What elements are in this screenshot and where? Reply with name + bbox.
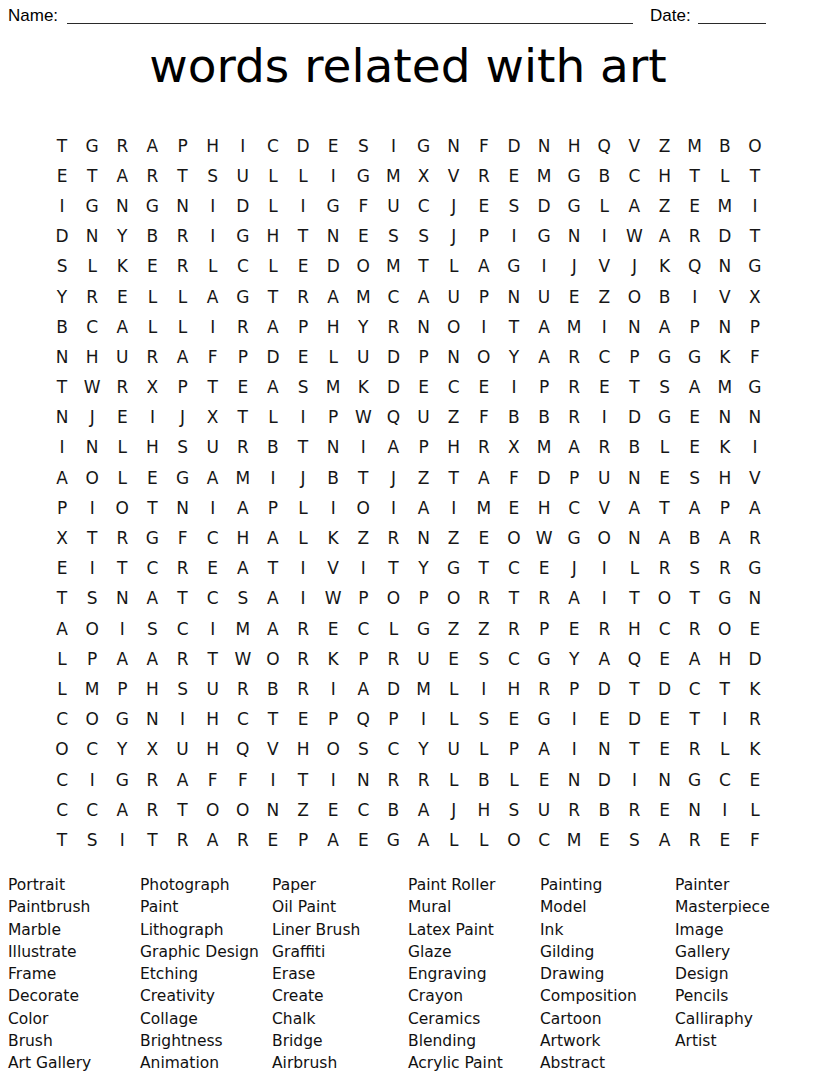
grid-cell-r7-c16: T	[499, 312, 529, 342]
grid-cell-r11-c15: R	[469, 433, 499, 463]
grid-cell-r3-c15: E	[469, 191, 499, 221]
grid-cell-r22-c13: R	[409, 765, 439, 795]
grid-cell-r8-c22: G	[680, 342, 710, 372]
grid-cell-r23-c21: E	[650, 795, 680, 825]
grid-cell-r21-c2: C	[77, 735, 107, 765]
grid-cell-r24-c2: S	[77, 825, 107, 855]
grid-cell-r5-c12: M	[378, 252, 408, 282]
word-item: Brush	[8, 1030, 91, 1052]
grid-cell-r2-c10: I	[318, 161, 348, 191]
grid-cell-r3-c9: I	[288, 191, 318, 221]
grid-cell-r10-c14: Z	[439, 403, 469, 433]
grid-cell-r2-c7: U	[228, 161, 258, 191]
grid-cell-r12-c14: T	[439, 463, 469, 493]
grid-cell-r12-c17: D	[529, 463, 559, 493]
grid-cell-r17-c10: E	[318, 614, 348, 644]
word-item: Illustrate	[8, 941, 91, 963]
grid-cell-r8-c13: P	[409, 342, 439, 372]
grid-cell-r10-c20: D	[619, 403, 649, 433]
grid-cell-r21-c6: H	[198, 735, 228, 765]
grid-cell-r4-c24: T	[740, 222, 770, 252]
grid-cell-r20-c7: C	[228, 705, 258, 735]
grid-cell-r10-c18: R	[559, 403, 589, 433]
grid-cell-r11-c22: E	[680, 433, 710, 463]
grid-cell-r1-c6: H	[198, 131, 228, 161]
grid-cell-r23-c7: O	[228, 795, 258, 825]
grid-cell-r10-c6: X	[198, 403, 228, 433]
grid-cell-r6-c18: E	[559, 282, 589, 312]
grid-cell-r24-c19: E	[589, 825, 619, 855]
word-list-column-6: PainterMasterpieceImageGalleryDesignPenc…	[675, 874, 770, 1052]
grid-cell-r4-c21: A	[650, 222, 680, 252]
grid-cell-r13-c11: O	[348, 493, 378, 523]
grid-cell-r8-c18: R	[559, 342, 589, 372]
grid-cell-r1-c17: N	[529, 131, 559, 161]
grid-cell-r6-c23: V	[710, 282, 740, 312]
grid-cell-r11-c8: B	[258, 433, 288, 463]
name-label: Name:	[8, 6, 58, 26]
word-item: Etching	[140, 963, 259, 985]
grid-cell-r1-c21: Z	[650, 131, 680, 161]
word-item: Decorate	[8, 985, 91, 1007]
grid-cell-r7-c2: C	[77, 312, 107, 342]
grid-cell-r10-c1: N	[47, 403, 77, 433]
grid-cell-r8-c21: G	[650, 342, 680, 372]
word-item: Liner Brush	[272, 919, 360, 941]
grid-cell-r12-c2: O	[77, 463, 107, 493]
word-item: Paint	[140, 896, 259, 918]
grid-cell-r24-c9: P	[288, 825, 318, 855]
grid-cell-r14-c17: W	[529, 523, 559, 553]
word-item: Creativity	[140, 985, 259, 1007]
grid-cell-r14-c18: G	[559, 523, 589, 553]
grid-cell-r23-c13: A	[409, 795, 439, 825]
grid-cell-r18-c1: L	[47, 644, 77, 674]
grid-cell-r14-c14: Z	[439, 523, 469, 553]
word-list-column-4: Paint RollerMuralLatex PaintGlazeEngravi…	[408, 874, 503, 1075]
grid-cell-r8-c17: A	[529, 342, 559, 372]
grid-cell-r17-c18: E	[559, 614, 589, 644]
grid-cell-r14-c24: R	[740, 523, 770, 553]
grid-cell-r15-c24: G	[740, 554, 770, 584]
word-item: Graffiti	[272, 941, 360, 963]
grid-cell-r17-c8: A	[258, 614, 288, 644]
grid-cell-r16-c8: A	[258, 584, 288, 614]
grid-cell-r8-c9: E	[288, 342, 318, 372]
grid-cell-r24-c15: L	[469, 825, 499, 855]
grid-cell-r20-c20: D	[619, 705, 649, 735]
grid-cell-r15-c2: I	[77, 554, 107, 584]
word-item: Airbrush	[272, 1052, 360, 1074]
grid-cell-r9-c19: E	[589, 373, 619, 403]
grid-cell-r8-c6: F	[198, 342, 228, 372]
grid-cell-r22-c1: C	[47, 765, 77, 795]
grid-cell-r3-c20: A	[619, 191, 649, 221]
grid-cell-r24-c7: R	[228, 825, 258, 855]
grid-cell-r19-c10: I	[318, 674, 348, 704]
grid-cell-r3-c19: L	[589, 191, 619, 221]
grid-cell-r20-c15: S	[469, 705, 499, 735]
grid-cell-r12-c3: L	[107, 463, 137, 493]
grid-cell-r3-c17: D	[529, 191, 559, 221]
grid-cell-r16-c16: T	[499, 584, 529, 614]
grid-cell-r18-c3: A	[107, 644, 137, 674]
grid-cell-r16-c10: W	[318, 584, 348, 614]
grid-cell-r5-c16: G	[499, 252, 529, 282]
grid-cell-r22-c9: T	[288, 765, 318, 795]
grid-cell-r10-c8: L	[258, 403, 288, 433]
grid-cell-r5-c8: L	[258, 252, 288, 282]
grid-cell-r23-c22: N	[680, 795, 710, 825]
grid-cell-r13-c15: M	[469, 493, 499, 523]
name-blank-line	[67, 23, 633, 24]
grid-cell-r5-c23: N	[710, 252, 740, 282]
grid-cell-r13-c12: I	[378, 493, 408, 523]
grid-cell-r7-c12: R	[378, 312, 408, 342]
grid-cell-r5-c19: V	[589, 252, 619, 282]
grid-cell-r6-c19: Z	[589, 282, 619, 312]
grid-cell-r12-c4: E	[137, 463, 167, 493]
grid-cell-r13-c20: A	[619, 493, 649, 523]
grid-cell-r17-c15: Z	[469, 614, 499, 644]
grid-cell-r21-c7: Q	[228, 735, 258, 765]
grid-cell-r12-c6: A	[198, 463, 228, 493]
grid-cell-r23-c1: C	[47, 795, 77, 825]
grid-cell-r18-c21: E	[650, 644, 680, 674]
grid-cell-r12-c22: S	[680, 463, 710, 493]
grid-cell-r8-c16: Y	[499, 342, 529, 372]
grid-cell-r22-c24: E	[740, 765, 770, 795]
grid-cell-r4-c6: I	[198, 222, 228, 252]
grid-cell-r4-c16: I	[499, 222, 529, 252]
word-item: Art Gallery	[8, 1052, 91, 1074]
grid-cell-r11-c11: I	[348, 433, 378, 463]
grid-cell-r9-c21: S	[650, 373, 680, 403]
grid-cell-r1-c1: T	[47, 131, 77, 161]
word-item: Latex Paint	[408, 919, 503, 941]
grid-cell-r14-c22: B	[680, 523, 710, 553]
grid-cell-r23-c12: B	[378, 795, 408, 825]
grid-cell-r7-c14: O	[439, 312, 469, 342]
grid-cell-r11-c23: K	[710, 433, 740, 463]
grid-cell-r16-c11: P	[348, 584, 378, 614]
grid-cell-r2-c16: E	[499, 161, 529, 191]
grid-cell-r6-c9: R	[288, 282, 318, 312]
grid-cell-r9-c2: W	[77, 373, 107, 403]
grid-cell-r4-c4: B	[137, 222, 167, 252]
grid-cell-r23-c2: C	[77, 795, 107, 825]
grid-cell-r4-c7: G	[228, 222, 258, 252]
grid-cell-r2-c12: M	[378, 161, 408, 191]
grid-cell-r9-c7: E	[228, 373, 258, 403]
grid-cell-r11-c10: N	[318, 433, 348, 463]
grid-cell-r18-c11: P	[348, 644, 378, 674]
grid-cell-r12-c8: I	[258, 463, 288, 493]
grid-cell-r16-c2: S	[77, 584, 107, 614]
grid-cell-r3-c21: Z	[650, 191, 680, 221]
grid-cell-r7-c24: P	[740, 312, 770, 342]
grid-cell-r17-c14: Z	[439, 614, 469, 644]
grid-cell-r10-c7: T	[228, 403, 258, 433]
grid-cell-r4-c5: R	[168, 222, 198, 252]
grid-cell-r14-c9: L	[288, 523, 318, 553]
grid-cell-r15-c22: S	[680, 554, 710, 584]
grid-cell-r24-c8: E	[258, 825, 288, 855]
grid-cell-r4-c20: W	[619, 222, 649, 252]
grid-cell-r2-c21: H	[650, 161, 680, 191]
grid-cell-r7-c9: P	[288, 312, 318, 342]
word-item: Create	[272, 985, 360, 1007]
grid-cell-r9-c17: P	[529, 373, 559, 403]
grid-cell-r13-c5: N	[168, 493, 198, 523]
grid-cell-r5-c11: O	[348, 252, 378, 282]
grid-cell-r7-c22: P	[680, 312, 710, 342]
word-item: Erase	[272, 963, 360, 985]
grid-cell-r7-c1: B	[47, 312, 77, 342]
grid-cell-r13-c23: P	[710, 493, 740, 523]
grid-cell-r15-c7: A	[228, 554, 258, 584]
grid-cell-r21-c3: Y	[107, 735, 137, 765]
word-item: Brightness	[140, 1030, 259, 1052]
grid-cell-r24-c20: S	[619, 825, 649, 855]
grid-cell-r8-c24: F	[740, 342, 770, 372]
grid-cell-r6-c15: P	[469, 282, 499, 312]
grid-cell-r24-c13: A	[409, 825, 439, 855]
grid-cell-r14-c12: R	[378, 523, 408, 553]
grid-cell-r2-c18: G	[559, 161, 589, 191]
grid-cell-r17-c23: O	[710, 614, 740, 644]
grid-cell-r2-c9: L	[288, 161, 318, 191]
grid-cell-r24-c18: M	[559, 825, 589, 855]
grid-cell-r24-c22: R	[680, 825, 710, 855]
grid-cell-r23-c16: S	[499, 795, 529, 825]
grid-cell-r14-c11: Z	[348, 523, 378, 553]
grid-cell-r7-c18: M	[559, 312, 589, 342]
grid-cell-r3-c2: G	[77, 191, 107, 221]
grid-cell-r12-c9: J	[288, 463, 318, 493]
grid-cell-r22-c10: I	[318, 765, 348, 795]
grid-cell-r6-c21: B	[650, 282, 680, 312]
grid-cell-r22-c6: F	[198, 765, 228, 795]
grid-cell-r5-c21: K	[650, 252, 680, 282]
grid-cell-r15-c12: T	[378, 554, 408, 584]
grid-cell-r3-c22: E	[680, 191, 710, 221]
grid-cell-r10-c12: Q	[378, 403, 408, 433]
grid-cell-r20-c18: I	[559, 705, 589, 735]
grid-cell-r14-c19: O	[589, 523, 619, 553]
grid-cell-r24-c14: L	[439, 825, 469, 855]
grid-cell-r21-c4: X	[137, 735, 167, 765]
word-item: Cartoon	[540, 1008, 637, 1030]
grid-cell-r8-c15: O	[469, 342, 499, 372]
grid-cell-r24-c11: E	[348, 825, 378, 855]
grid-cell-r10-c9: I	[288, 403, 318, 433]
grid-cell-r9-c6: T	[198, 373, 228, 403]
grid-cell-r20-c10: P	[318, 705, 348, 735]
grid-cell-r16-c4: A	[137, 584, 167, 614]
grid-cell-r21-c11: S	[348, 735, 378, 765]
grid-cell-r13-c21: T	[650, 493, 680, 523]
grid-cell-r24-c4: T	[137, 825, 167, 855]
grid-cell-r9-c9: S	[288, 373, 318, 403]
grid-cell-r7-c10: H	[318, 312, 348, 342]
grid-cell-r21-c16: P	[499, 735, 529, 765]
grid-cell-r2-c14: V	[439, 161, 469, 191]
grid-cell-r6-c10: A	[318, 282, 348, 312]
grid-cell-r10-c23: N	[710, 403, 740, 433]
grid-cell-r6-c1: Y	[47, 282, 77, 312]
grid-cell-r11-c5: S	[168, 433, 198, 463]
grid-cell-r16-c1: T	[47, 584, 77, 614]
grid-cell-r19-c9: R	[288, 674, 318, 704]
grid-cell-r23-c4: R	[137, 795, 167, 825]
grid-cell-r11-c6: U	[198, 433, 228, 463]
grid-cell-r6-c22: I	[680, 282, 710, 312]
grid-cell-r1-c7: I	[228, 131, 258, 161]
grid-cell-r20-c1: C	[47, 705, 77, 735]
grid-cell-r20-c13: I	[409, 705, 439, 735]
grid-cell-r23-c20: R	[619, 795, 649, 825]
word-list-column-5: PaintingModelInkGildingDrawingCompositio…	[540, 874, 637, 1075]
grid-cell-r3-c5: N	[168, 191, 198, 221]
grid-cell-r1-c8: C	[258, 131, 288, 161]
grid-cell-r13-c6: I	[198, 493, 228, 523]
grid-cell-r24-c5: R	[168, 825, 198, 855]
grid-cell-r20-c16: E	[499, 705, 529, 735]
grid-cell-r5-c5: R	[168, 252, 198, 282]
grid-cell-r22-c11: N	[348, 765, 378, 795]
grid-cell-r7-c7: R	[228, 312, 258, 342]
grid-cell-r15-c20: L	[619, 554, 649, 584]
grid-cell-r8-c7: P	[228, 342, 258, 372]
grid-cell-r9-c13: E	[409, 373, 439, 403]
grid-cell-r3-c24: I	[740, 191, 770, 221]
word-item: Marble	[8, 919, 91, 941]
grid-cell-r2-c3: A	[107, 161, 137, 191]
grid-cell-r22-c15: B	[469, 765, 499, 795]
grid-cell-r2-c15: R	[469, 161, 499, 191]
word-item: Lithograph	[140, 919, 259, 941]
grid-cell-r3-c12: U	[378, 191, 408, 221]
grid-cell-r22-c5: A	[168, 765, 198, 795]
grid-cell-r9-c16: I	[499, 373, 529, 403]
grid-cell-r24-c23: E	[710, 825, 740, 855]
grid-cell-r23-c24: L	[740, 795, 770, 825]
grid-cell-r22-c7: F	[228, 765, 258, 795]
grid-cell-r18-c16: C	[499, 644, 529, 674]
grid-cell-r9-c20: T	[619, 373, 649, 403]
grid-cell-r15-c15: T	[469, 554, 499, 584]
grid-cell-r9-c15: E	[469, 373, 499, 403]
grid-cell-r8-c2: H	[77, 342, 107, 372]
grid-cell-r23-c9: Z	[288, 795, 318, 825]
grid-cell-r12-c16: F	[499, 463, 529, 493]
grid-cell-r5-c22: Q	[680, 252, 710, 282]
grid-cell-r3-c1: I	[47, 191, 77, 221]
grid-cell-r21-c17: A	[529, 735, 559, 765]
grid-cell-r5-c18: J	[559, 252, 589, 282]
grid-cell-r15-c23: R	[710, 554, 740, 584]
grid-cell-r20-c22: T	[680, 705, 710, 735]
word-item: Paint Roller	[408, 874, 503, 896]
grid-cell-r16-c23: G	[710, 584, 740, 614]
grid-cell-r14-c16: O	[499, 523, 529, 553]
grid-cell-r16-c21: O	[650, 584, 680, 614]
grid-cell-r17-c24: E	[740, 614, 770, 644]
grid-cell-r21-c9: H	[288, 735, 318, 765]
grid-cell-r4-c1: D	[47, 222, 77, 252]
grid-cell-r7-c11: Y	[348, 312, 378, 342]
grid-cell-r2-c13: X	[409, 161, 439, 191]
grid-cell-r13-c13: A	[409, 493, 439, 523]
grid-cell-r15-c5: R	[168, 554, 198, 584]
grid-cell-r22-c20: I	[619, 765, 649, 795]
grid-cell-r18-c5: R	[168, 644, 198, 674]
grid-cell-r22-c14: L	[439, 765, 469, 795]
grid-cell-r10-c13: U	[409, 403, 439, 433]
grid-cell-r14-c6: C	[198, 523, 228, 553]
word-item: Photograph	[140, 874, 259, 896]
grid-cell-r17-c19: R	[589, 614, 619, 644]
grid-cell-r19-c24: K	[740, 674, 770, 704]
grid-cell-r19-c18: P	[559, 674, 589, 704]
grid-cell-r15-c14: G	[439, 554, 469, 584]
grid-cell-r3-c6: I	[198, 191, 228, 221]
grid-cell-r12-c10: B	[318, 463, 348, 493]
grid-cell-r16-c19: I	[589, 584, 619, 614]
grid-cell-r5-c20: J	[619, 252, 649, 282]
grid-cell-r17-c1: A	[47, 614, 77, 644]
grid-cell-r15-c16: C	[499, 554, 529, 584]
grid-cell-r12-c21: E	[650, 463, 680, 493]
grid-cell-r4-c15: P	[469, 222, 499, 252]
grid-cell-r12-c5: G	[168, 463, 198, 493]
grid-cell-r8-c11: U	[348, 342, 378, 372]
grid-cell-r10-c5: J	[168, 403, 198, 433]
grid-cell-r1-c14: N	[439, 131, 469, 161]
grid-cell-r7-c17: A	[529, 312, 559, 342]
grid-cell-r12-c13: Z	[409, 463, 439, 493]
grid-cell-r9-c3: R	[107, 373, 137, 403]
grid-cell-r8-c3: U	[107, 342, 137, 372]
grid-cell-r20-c21: E	[650, 705, 680, 735]
word-item: Glaze	[408, 941, 503, 963]
grid-cell-r16-c20: T	[619, 584, 649, 614]
grid-cell-r13-c10: I	[318, 493, 348, 523]
grid-cell-r1-c15: F	[469, 131, 499, 161]
grid-cell-r10-c24: N	[740, 403, 770, 433]
grid-cell-r24-c24: F	[740, 825, 770, 855]
grid-cell-r8-c23: K	[710, 342, 740, 372]
grid-cell-r15-c19: I	[589, 554, 619, 584]
grid-cell-r20-c4: N	[137, 705, 167, 735]
grid-cell-r8-c14: N	[439, 342, 469, 372]
grid-cell-r17-c3: I	[107, 614, 137, 644]
grid-cell-r20-c12: P	[378, 705, 408, 735]
grid-cell-r3-c4: G	[137, 191, 167, 221]
grid-cell-r18-c19: A	[589, 644, 619, 674]
grid-cell-r16-c18: A	[559, 584, 589, 614]
grid-cell-r16-c7: S	[228, 584, 258, 614]
grid-cell-r9-c4: X	[137, 373, 167, 403]
grid-cell-r21-c8: V	[258, 735, 288, 765]
grid-cell-r19-c4: H	[137, 674, 167, 704]
word-item: Portrait	[8, 874, 91, 896]
grid-cell-r7-c6: I	[198, 312, 228, 342]
grid-cell-r15-c8: T	[258, 554, 288, 584]
grid-cell-r21-c13: Y	[409, 735, 439, 765]
grid-cell-r6-c12: C	[378, 282, 408, 312]
